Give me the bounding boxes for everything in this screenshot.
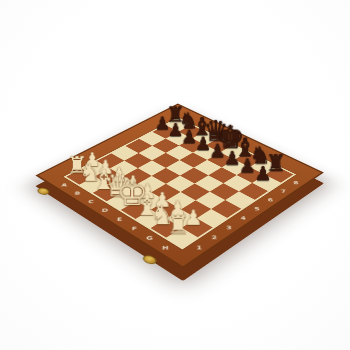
rank-label-3: 3 <box>222 224 236 231</box>
file-label-h: H <box>159 245 173 252</box>
brass-latch-icon <box>140 254 159 266</box>
brass-latch-icon <box>35 186 52 196</box>
white-rook-icon: ♜ <box>154 212 203 238</box>
photo-scene: ABCDEFGH12345678 ♜♞♝♛♚♝♞♜♟♟♟♟♟♟♟♟♟♟♟♟♟♟♟… <box>0 0 350 350</box>
rank-label-8: 8 <box>289 180 302 186</box>
rank-label-6: 6 <box>264 197 278 203</box>
rank-label-4: 4 <box>236 215 250 222</box>
black-pawn-icon: ♟ <box>241 164 286 183</box>
rank-label-7: 7 <box>277 188 290 194</box>
rank-label-5: 5 <box>250 206 264 212</box>
rank-label-1: 1 <box>192 244 206 251</box>
rank-label-2: 2 <box>207 234 221 241</box>
chess-board[interactable]: ABCDEFGH12345678 ♜♞♝♛♚♝♞♜♟♟♟♟♟♟♟♟♟♟♟♟♟♟♟… <box>35 104 323 269</box>
